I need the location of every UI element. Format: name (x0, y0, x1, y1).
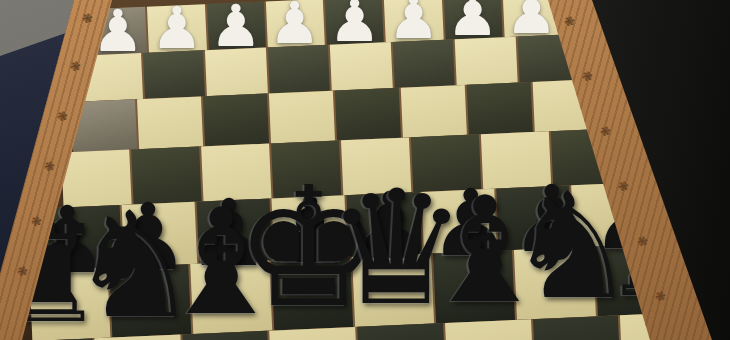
square-f4 (203, 94, 269, 147)
carving-ornament-icon: ❃ (581, 69, 595, 84)
carving-ornament-icon: ❃ (30, 214, 44, 229)
square-e3 (267, 45, 329, 94)
carving-ornament-icon: ❃ (654, 289, 668, 304)
square-e2: ♟ (266, 0, 325, 47)
square-e4 (269, 91, 335, 144)
piece-white-pawn-e2: ♟ (269, 0, 321, 52)
square-d3 (330, 42, 392, 91)
carving-ornament-icon: ❃ (563, 14, 577, 29)
rank-8-row: ♜ ♞ ♝ ♚ ♛ ♝ ♞ ♜ (6, 312, 709, 340)
square-b4 (467, 82, 533, 135)
square-c4 (401, 85, 467, 138)
carving-ornament-icon: ❃ (56, 109, 70, 124)
square-c2: ♟ (384, 0, 443, 42)
carving-ornament-icon: ❃ (81, 11, 95, 26)
carving-ornament-icon: ❃ (636, 234, 650, 249)
square-b3 (455, 37, 517, 86)
carving-ornament-icon: ❃ (16, 264, 30, 279)
square-g3 (142, 50, 204, 99)
carving-ornament-icon: ❃ (43, 159, 57, 174)
carving-ornament-icon: ❃ (617, 179, 631, 194)
square-d2: ♟ (325, 0, 384, 45)
carving-ornament-icon: ❃ (69, 59, 83, 74)
square-d4 (335, 88, 401, 141)
square-g2: ♟ (147, 4, 206, 52)
carving-ornament-icon: ❃ (599, 124, 613, 139)
chessboard-photo: ♟ ♟ ♟ ♟ ♟ ♟ ♟ ♟ (0, 0, 730, 340)
square-b2: ♟ (443, 0, 502, 40)
square-g4 (137, 96, 203, 149)
square-c3 (392, 39, 454, 88)
piece-white-pawn-f2: ♟ (210, 0, 262, 55)
square-f2: ♟ (206, 2, 265, 50)
square-f3 (205, 48, 267, 97)
piece-white-pawn-g2: ♟ (151, 0, 203, 57)
